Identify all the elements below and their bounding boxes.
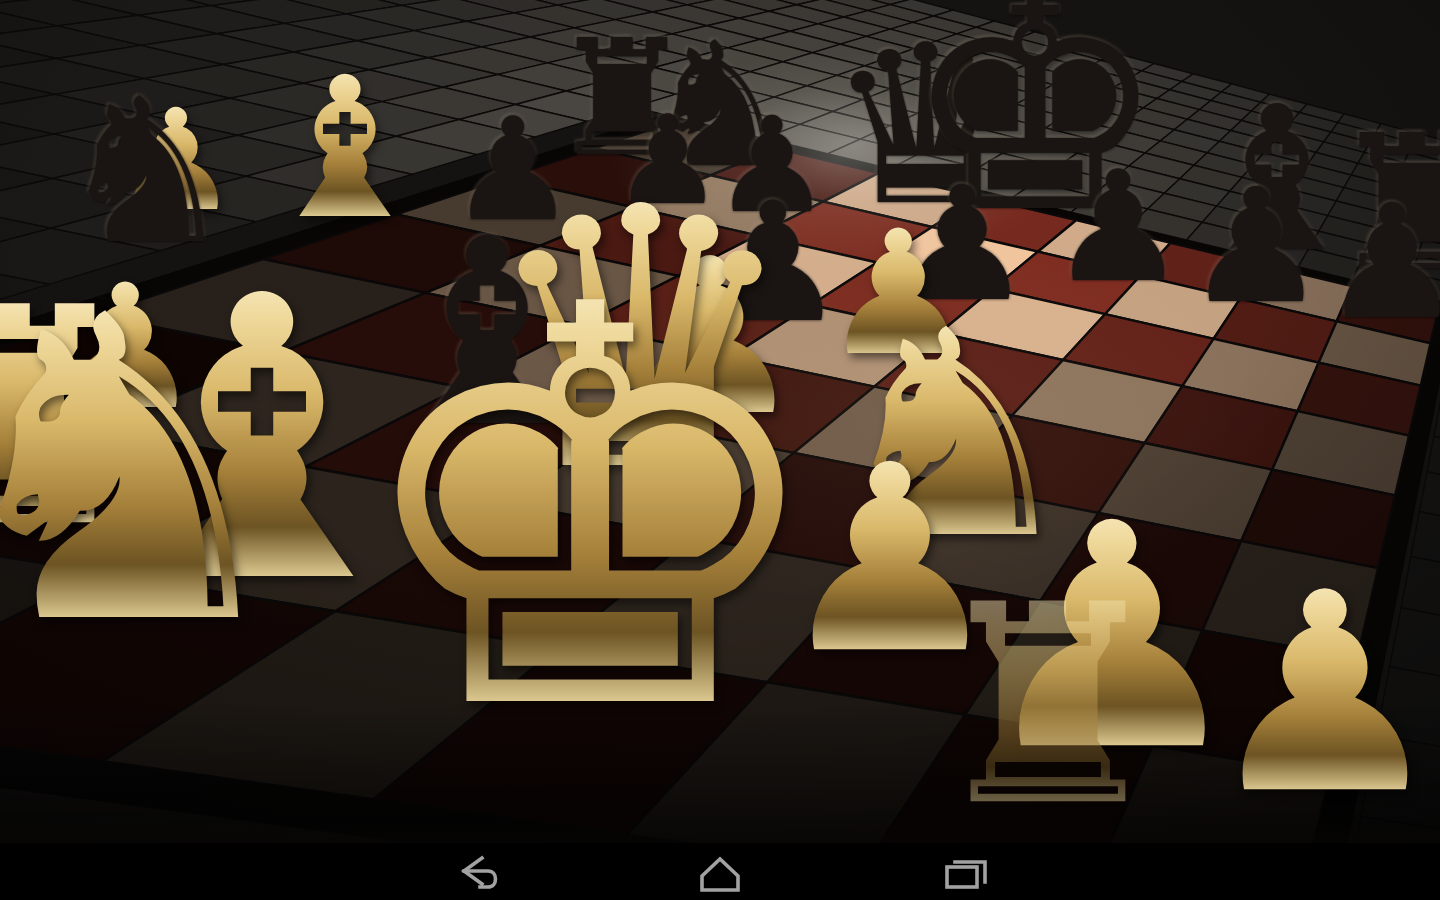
piece-white-rook-f2-ghost[interactable]: ♜ bbox=[925, 569, 1172, 844]
back-button[interactable] bbox=[417, 843, 537, 900]
home-button[interactable] bbox=[660, 843, 780, 900]
piece-black-pawn-h7[interactable]: ♟ bbox=[1321, 183, 1440, 341]
home-icon bbox=[692, 851, 748, 893]
piece-white-knight-b1[interactable]: ♞ bbox=[0, 262, 306, 682]
piece-white-king-e1[interactable]: ♚ bbox=[343, 236, 836, 786]
piece-white-pawn-h2[interactable]: ♟ bbox=[1202, 557, 1440, 832]
chess-scene: ♜♞♛♚♝♜♟♟♟♟♟♟♟♟♝♟♟♟♛♞♟♟♟♜♜♞♝♚♞♟♝ bbox=[0, 0, 1440, 900]
game-screenshot: ♜♞♛♚♝♜♟♟♟♟♟♟♟♟♝♟♟♟♛♞♟♟♟♜♜♞♝♚♞♟♝ bbox=[0, 0, 1440, 900]
piece-black-pawn-g7[interactable]: ♟ bbox=[1185, 167, 1327, 325]
back-icon bbox=[450, 852, 504, 892]
